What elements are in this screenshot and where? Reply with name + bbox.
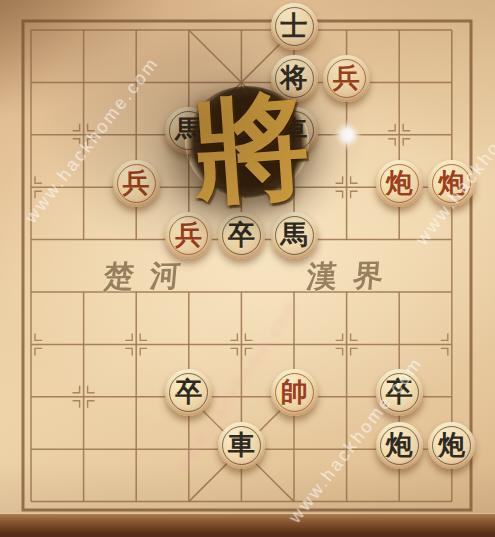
piece-glyph: 卒 <box>218 212 265 259</box>
piece-black-cannon[interactable]: 炮 <box>428 422 475 469</box>
river-label-han: 漢界 <box>305 255 401 298</box>
piece-red-cannon[interactable]: 炮 <box>376 160 423 207</box>
piece-red-general[interactable]: 帥 <box>271 369 318 416</box>
piece-glyph: 馬 <box>165 107 212 154</box>
piece-black-cannon[interactable]: 炮 <box>376 422 423 469</box>
piece-black-horse[interactable]: 馬 <box>271 212 318 259</box>
last-move-marker <box>334 122 360 148</box>
piece-glyph: 兵 <box>165 212 212 259</box>
piece-black-advisor[interactable]: 士 <box>271 3 318 50</box>
piece-glyph: 兵 <box>113 160 160 207</box>
piece-black-horse[interactable]: 馬 <box>165 107 212 154</box>
piece-black-soldier[interactable]: 卒 <box>376 369 423 416</box>
piece-glyph: 将 <box>271 55 318 102</box>
piece-glyph: 馬 <box>271 212 318 259</box>
board-front-edge <box>0 514 495 537</box>
piece-glyph: 炮 <box>428 160 475 207</box>
piece-black-chariot[interactable]: 車 <box>218 422 265 469</box>
piece-glyph: 兵 <box>323 55 370 102</box>
piece-red-soldier[interactable]: 兵 <box>323 55 370 102</box>
piece-red-cannon[interactable]: 炮 <box>428 160 475 207</box>
piece-glyph: 炮 <box>376 160 423 207</box>
piece-red-soldier[interactable]: 兵 <box>113 160 160 207</box>
piece-glyph: 炮 <box>376 422 423 469</box>
xiangqi-game-screen: 楚河 漢界 士将兵馬車兵炮炮兵卒馬卒帥卒車炮炮 將 www.hackhome.c… <box>0 0 495 537</box>
piece-black-chariot[interactable]: 車 <box>271 107 318 154</box>
piece-red-soldier[interactable]: 兵 <box>165 212 212 259</box>
piece-glyph: 車 <box>218 422 265 469</box>
piece-glyph: 炮 <box>428 422 475 469</box>
piece-glyph: 帥 <box>271 369 318 416</box>
piece-black-soldier[interactable]: 卒 <box>218 212 265 259</box>
river-label-chu: 楚河 <box>102 255 198 298</box>
piece-glyph: 士 <box>271 3 318 50</box>
piece-glyph: 卒 <box>376 369 423 416</box>
piece-glyph: 車 <box>271 107 318 154</box>
piece-glyph: 卒 <box>165 369 212 416</box>
piece-black-soldier[interactable]: 卒 <box>165 369 212 416</box>
piece-black-general[interactable]: 将 <box>271 55 318 102</box>
